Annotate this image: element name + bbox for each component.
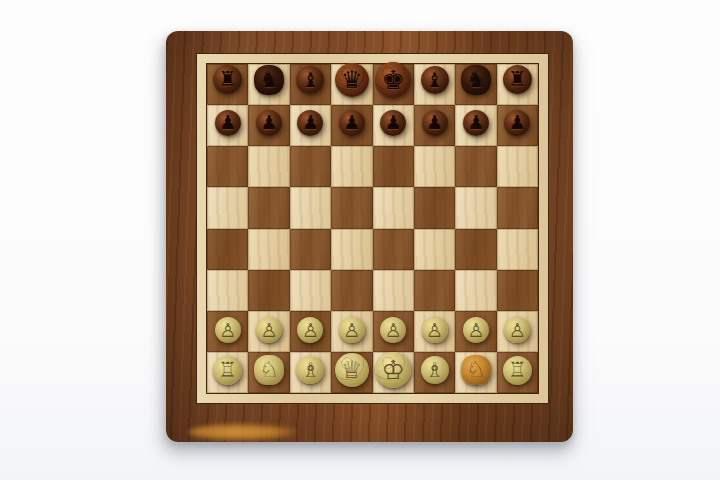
square-c4[interactable] xyxy=(290,229,331,270)
square-b5[interactable] xyxy=(248,187,289,228)
pawn-glyph: ♙ xyxy=(426,321,443,340)
knight-glyph: ♘ xyxy=(259,359,279,381)
black-rook-h8[interactable]: ♜ xyxy=(503,65,532,94)
square-h4[interactable] xyxy=(497,229,538,270)
bishop-glyph: ♗ xyxy=(301,360,319,380)
square-d1[interactable]: ♕ xyxy=(331,352,372,393)
square-f4[interactable] xyxy=(414,229,455,270)
white-pawn-g2[interactable]: ♙ xyxy=(463,317,489,343)
black-bishop-f8[interactable]: ♝ xyxy=(421,66,449,94)
square-c6[interactable] xyxy=(290,146,331,187)
white-knight-b1[interactable]: ♘ xyxy=(254,355,284,385)
bishop-glyph: ♗ xyxy=(426,360,444,380)
square-e6[interactable] xyxy=(373,146,414,187)
square-a4[interactable] xyxy=(207,229,248,270)
black-knight-g8[interactable]: ♞ xyxy=(461,65,491,95)
board-maple-border: ♜♞♝♛♚♝♞♜♟♟♟♟♟♟♟♟♙♙♙♙♙♙♙♙♖♘♗♕♔♗♘♖ xyxy=(196,53,549,404)
knight-glyph: ♘ xyxy=(466,359,486,381)
square-a8[interactable]: ♜ xyxy=(207,64,248,105)
square-h2[interactable]: ♙ xyxy=(497,311,538,352)
square-b3[interactable] xyxy=(248,270,289,311)
square-c2[interactable]: ♙ xyxy=(290,311,331,352)
square-b7[interactable]: ♟ xyxy=(248,105,289,146)
white-pawn-h2[interactable]: ♙ xyxy=(504,317,530,343)
square-e3[interactable] xyxy=(373,270,414,311)
square-f5[interactable] xyxy=(414,187,455,228)
rook-glyph: ♖ xyxy=(508,360,527,381)
square-h1[interactable]: ♖ xyxy=(497,352,538,393)
square-d3[interactable] xyxy=(331,270,372,311)
square-f6[interactable] xyxy=(414,146,455,187)
square-g2[interactable]: ♙ xyxy=(455,311,496,352)
square-d7[interactable]: ♟ xyxy=(331,105,372,146)
square-a7[interactable]: ♟ xyxy=(207,105,248,146)
black-pawn-d7[interactable]: ♟ xyxy=(339,110,365,136)
square-b8[interactable]: ♞ xyxy=(248,64,289,105)
square-d5[interactable] xyxy=(331,187,372,228)
king-glyph: ♚ xyxy=(382,67,405,93)
square-e8[interactable]: ♚ xyxy=(373,64,414,105)
white-bishop-f1[interactable]: ♗ xyxy=(421,356,449,384)
rook-glyph: ♜ xyxy=(508,69,527,90)
black-pawn-b7[interactable]: ♟ xyxy=(256,110,282,136)
queen-glyph: ♛ xyxy=(341,68,363,92)
square-d8[interactable]: ♛ xyxy=(331,64,372,105)
pawn-glyph: ♟ xyxy=(261,113,278,132)
pawn-glyph: ♟ xyxy=(385,113,402,132)
black-knight-b8[interactable]: ♞ xyxy=(254,65,284,95)
pawn-glyph: ♙ xyxy=(467,321,484,340)
square-e7[interactable]: ♟ xyxy=(373,105,414,146)
board-grid: ♜♞♝♛♚♝♞♜♟♟♟♟♟♟♟♟♙♙♙♙♙♙♙♙♖♘♗♕♔♗♘♖ xyxy=(206,63,539,394)
square-g6[interactable] xyxy=(455,146,496,187)
pawn-glyph: ♙ xyxy=(302,321,319,340)
pawn-glyph: ♟ xyxy=(509,113,526,132)
black-pawn-a7[interactable]: ♟ xyxy=(215,110,241,136)
square-b2[interactable]: ♙ xyxy=(248,311,289,352)
knight-glyph: ♞ xyxy=(466,69,486,91)
square-h6[interactable] xyxy=(497,146,538,187)
black-pawn-f7[interactable]: ♟ xyxy=(422,110,448,136)
black-pawn-g7[interactable]: ♟ xyxy=(463,110,489,136)
white-pawn-c2[interactable]: ♙ xyxy=(297,317,323,343)
square-c7[interactable]: ♟ xyxy=(290,105,331,146)
rook-glyph: ♖ xyxy=(218,360,237,381)
square-a6[interactable] xyxy=(207,146,248,187)
square-g1[interactable]: ♘ xyxy=(455,352,496,393)
square-h7[interactable]: ♟ xyxy=(497,105,538,146)
square-a5[interactable] xyxy=(207,187,248,228)
square-f3[interactable] xyxy=(414,270,455,311)
queen-glyph: ♕ xyxy=(341,358,363,382)
square-a1[interactable]: ♖ xyxy=(207,352,248,393)
white-pawn-e2[interactable]: ♙ xyxy=(380,317,406,343)
pawn-glyph: ♙ xyxy=(343,321,360,340)
sapwood-inlay xyxy=(188,423,298,441)
black-rook-a8[interactable]: ♜ xyxy=(213,65,242,94)
pawn-glyph: ♟ xyxy=(343,113,360,132)
square-b4[interactable] xyxy=(248,229,289,270)
square-g5[interactable] xyxy=(455,187,496,228)
square-f1[interactable]: ♗ xyxy=(414,352,455,393)
black-pawn-e7[interactable]: ♟ xyxy=(380,110,406,136)
white-pawn-d2[interactable]: ♙ xyxy=(339,317,365,343)
bishop-glyph: ♝ xyxy=(426,70,444,90)
square-c5[interactable] xyxy=(290,187,331,228)
square-h5[interactable] xyxy=(497,187,538,228)
square-e5[interactable] xyxy=(373,187,414,228)
white-bishop-c1[interactable]: ♗ xyxy=(296,356,324,384)
square-h8[interactable]: ♜ xyxy=(497,64,538,105)
knight-glyph: ♞ xyxy=(259,69,279,91)
square-c3[interactable] xyxy=(290,270,331,311)
square-e1[interactable]: ♔ xyxy=(373,352,414,393)
square-b1[interactable]: ♘ xyxy=(248,352,289,393)
pawn-glyph: ♟ xyxy=(302,113,319,132)
square-e2[interactable]: ♙ xyxy=(373,311,414,352)
square-c8[interactable]: ♝ xyxy=(290,64,331,105)
white-rook-a1[interactable]: ♖ xyxy=(213,356,242,385)
square-d2[interactable]: ♙ xyxy=(331,311,372,352)
square-g4[interactable] xyxy=(455,229,496,270)
white-king-e1[interactable]: ♔ xyxy=(375,352,411,388)
square-g8[interactable]: ♞ xyxy=(455,64,496,105)
pawn-glyph: ♟ xyxy=(219,113,236,132)
square-f7[interactable]: ♟ xyxy=(414,105,455,146)
square-h3[interactable] xyxy=(497,270,538,311)
square-f2[interactable]: ♙ xyxy=(414,311,455,352)
bishop-glyph: ♝ xyxy=(301,70,319,90)
square-a2[interactable]: ♙ xyxy=(207,311,248,352)
rook-glyph: ♜ xyxy=(218,69,237,90)
pawn-glyph: ♙ xyxy=(385,321,402,340)
black-bishop-c8[interactable]: ♝ xyxy=(296,66,324,94)
pawn-glyph: ♙ xyxy=(261,321,278,340)
chess-board: ♜♞♝♛♚♝♞♜♟♟♟♟♟♟♟♟♙♙♙♙♙♙♙♙♖♘♗♕♔♗♘♖ xyxy=(166,31,573,442)
square-f8[interactable]: ♝ xyxy=(414,64,455,105)
square-a3[interactable] xyxy=(207,270,248,311)
square-e4[interactable] xyxy=(373,229,414,270)
white-knight-g1[interactable]: ♘ xyxy=(461,355,491,385)
white-pawn-a2[interactable]: ♙ xyxy=(215,317,241,343)
pawn-glyph: ♙ xyxy=(219,321,236,340)
square-c1[interactable]: ♗ xyxy=(290,352,331,393)
pawn-glyph: ♙ xyxy=(509,321,526,340)
black-pawn-c7[interactable]: ♟ xyxy=(297,110,323,136)
white-rook-h1[interactable]: ♖ xyxy=(503,356,532,385)
pawn-glyph: ♟ xyxy=(467,113,484,132)
pawn-glyph: ♟ xyxy=(426,113,443,132)
white-queen-d1[interactable]: ♕ xyxy=(335,353,369,387)
black-queen-d8[interactable]: ♛ xyxy=(335,63,369,97)
square-b6[interactable] xyxy=(248,146,289,187)
scene: ♜♞♝♛♚♝♞♜♟♟♟♟♟♟♟♟♙♙♙♙♙♙♙♙♖♘♗♕♔♗♘♖ xyxy=(0,0,720,480)
square-d6[interactable] xyxy=(331,146,372,187)
square-d4[interactable] xyxy=(331,229,372,270)
black-king-e8[interactable]: ♚ xyxy=(375,62,411,98)
white-pawn-f2[interactable]: ♙ xyxy=(422,317,448,343)
square-g7[interactable]: ♟ xyxy=(455,105,496,146)
king-glyph: ♔ xyxy=(382,357,405,383)
square-g3[interactable] xyxy=(455,270,496,311)
white-pawn-b2[interactable]: ♙ xyxy=(256,317,282,343)
black-pawn-h7[interactable]: ♟ xyxy=(504,110,530,136)
